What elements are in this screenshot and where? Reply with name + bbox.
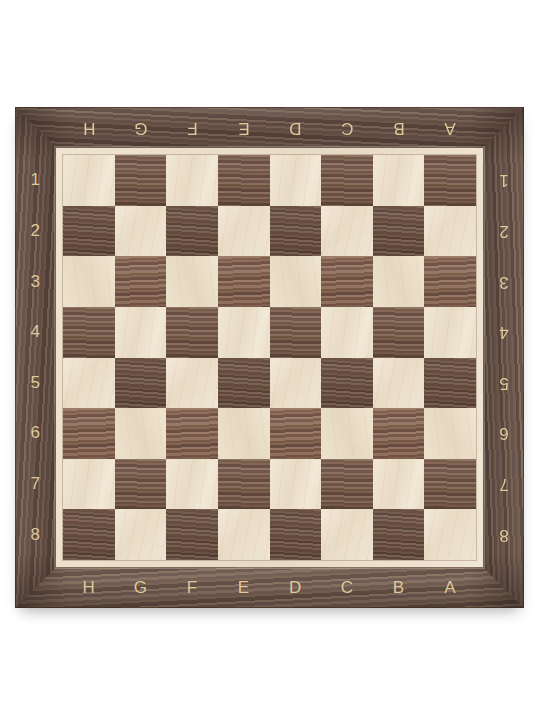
square-c6[interactable] bbox=[321, 408, 373, 459]
square-c5[interactable] bbox=[321, 358, 373, 409]
square-c2[interactable] bbox=[321, 206, 373, 257]
square-h1[interactable] bbox=[63, 155, 115, 206]
square-b4[interactable] bbox=[373, 307, 425, 358]
square-d1[interactable] bbox=[270, 155, 322, 206]
square-c1[interactable] bbox=[321, 155, 373, 206]
square-g7[interactable] bbox=[115, 459, 167, 510]
square-d3[interactable] bbox=[270, 256, 322, 307]
square-d7[interactable] bbox=[270, 459, 322, 510]
square-e1[interactable] bbox=[218, 155, 270, 206]
square-f8[interactable] bbox=[166, 509, 218, 560]
chessboard: HGFEDCBA HGFEDCBA 12345678 12345678 bbox=[15, 107, 524, 608]
square-b6[interactable] bbox=[373, 408, 425, 459]
square-d5[interactable] bbox=[270, 358, 322, 409]
playing-field bbox=[56, 148, 483, 567]
square-a6[interactable] bbox=[424, 408, 476, 459]
square-g6[interactable] bbox=[115, 408, 167, 459]
square-h6[interactable] bbox=[63, 408, 115, 459]
square-g1[interactable] bbox=[115, 155, 167, 206]
square-e2[interactable] bbox=[218, 206, 270, 257]
square-b1[interactable] bbox=[373, 155, 425, 206]
square-h8[interactable] bbox=[63, 509, 115, 560]
square-g2[interactable] bbox=[115, 206, 167, 257]
square-d4[interactable] bbox=[270, 307, 322, 358]
frame-rail-left bbox=[15, 107, 56, 608]
square-e7[interactable] bbox=[218, 459, 270, 510]
square-c7[interactable] bbox=[321, 459, 373, 510]
square-d2[interactable] bbox=[270, 206, 322, 257]
square-b7[interactable] bbox=[373, 459, 425, 510]
square-c4[interactable] bbox=[321, 307, 373, 358]
square-h4[interactable] bbox=[63, 307, 115, 358]
square-f4[interactable] bbox=[166, 307, 218, 358]
square-d6[interactable] bbox=[270, 408, 322, 459]
square-f7[interactable] bbox=[166, 459, 218, 510]
square-g3[interactable] bbox=[115, 256, 167, 307]
square-b2[interactable] bbox=[373, 206, 425, 257]
square-c3[interactable] bbox=[321, 256, 373, 307]
square-c8[interactable] bbox=[321, 509, 373, 560]
square-e3[interactable] bbox=[218, 256, 270, 307]
square-e4[interactable] bbox=[218, 307, 270, 358]
square-h5[interactable] bbox=[63, 358, 115, 409]
frame-rail-right bbox=[483, 107, 524, 608]
square-a5[interactable] bbox=[424, 358, 476, 409]
square-f6[interactable] bbox=[166, 408, 218, 459]
square-a2[interactable] bbox=[424, 206, 476, 257]
square-a3[interactable] bbox=[424, 256, 476, 307]
square-a4[interactable] bbox=[424, 307, 476, 358]
frame-rail-bottom bbox=[15, 567, 524, 608]
square-g5[interactable] bbox=[115, 358, 167, 409]
photo-background: HGFEDCBA HGFEDCBA 12345678 12345678 bbox=[0, 0, 540, 720]
square-f5[interactable] bbox=[166, 358, 218, 409]
square-f1[interactable] bbox=[166, 155, 218, 206]
square-e8[interactable] bbox=[218, 509, 270, 560]
square-h3[interactable] bbox=[63, 256, 115, 307]
square-b5[interactable] bbox=[373, 358, 425, 409]
square-f3[interactable] bbox=[166, 256, 218, 307]
square-b8[interactable] bbox=[373, 509, 425, 560]
square-e5[interactable] bbox=[218, 358, 270, 409]
square-a1[interactable] bbox=[424, 155, 476, 206]
square-h2[interactable] bbox=[63, 206, 115, 257]
square-d8[interactable] bbox=[270, 509, 322, 560]
square-a8[interactable] bbox=[424, 509, 476, 560]
square-b3[interactable] bbox=[373, 256, 425, 307]
square-f2[interactable] bbox=[166, 206, 218, 257]
board-grid bbox=[63, 155, 476, 560]
frame-rail-top bbox=[15, 107, 524, 148]
square-g4[interactable] bbox=[115, 307, 167, 358]
square-a7[interactable] bbox=[424, 459, 476, 510]
square-g8[interactable] bbox=[115, 509, 167, 560]
square-h7[interactable] bbox=[63, 459, 115, 510]
square-e6[interactable] bbox=[218, 408, 270, 459]
